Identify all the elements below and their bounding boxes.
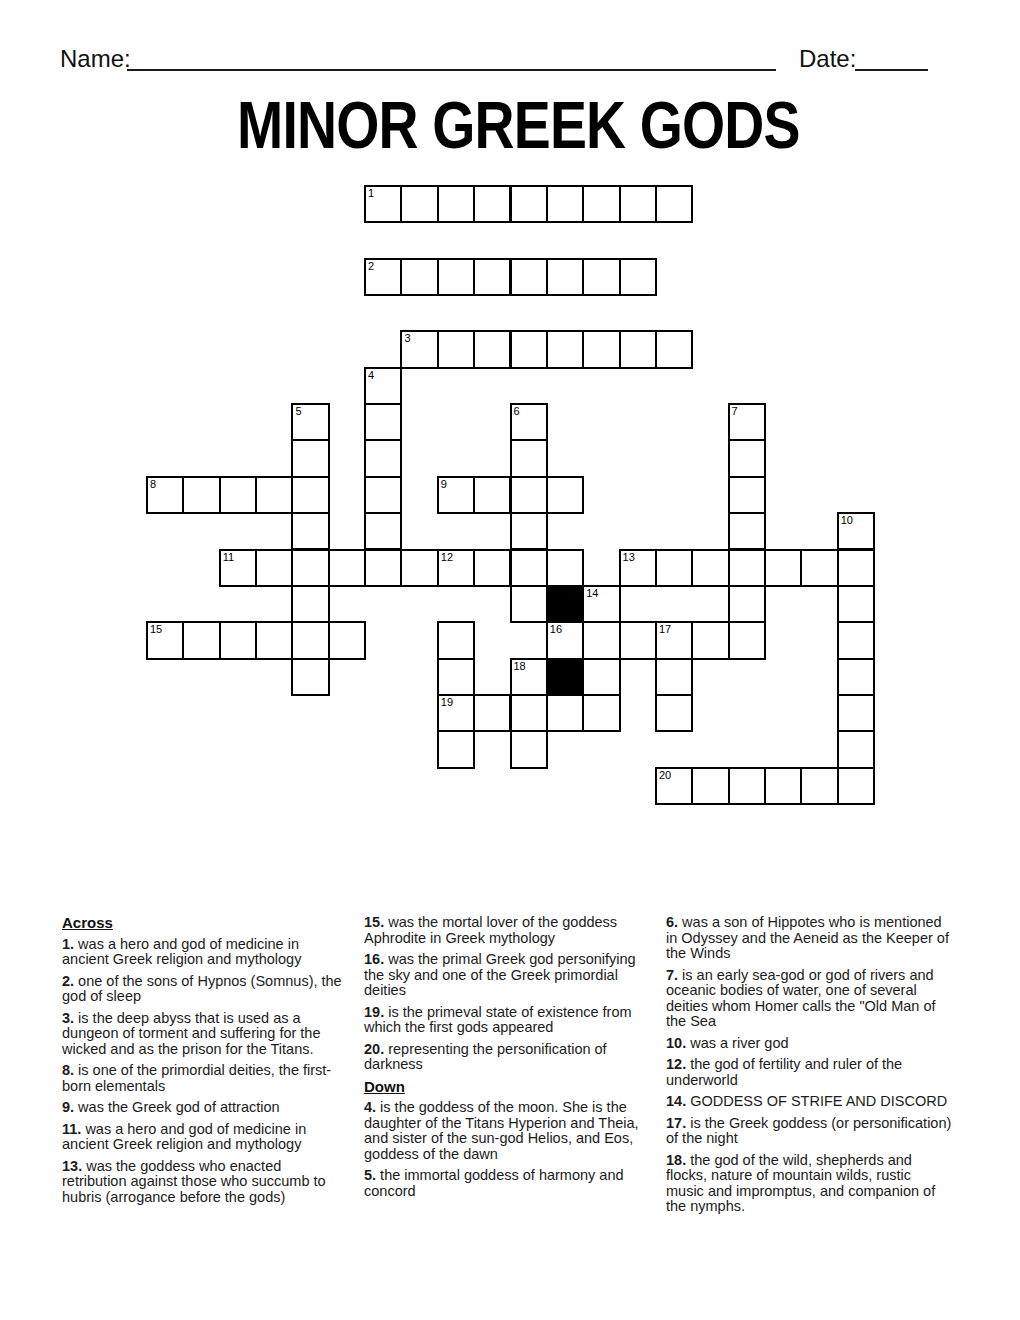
clue-number: 10 bbox=[841, 514, 853, 526]
clue-number: 20 bbox=[659, 769, 671, 781]
grid-cell[interactable] bbox=[364, 476, 402, 514]
clue-number-label: 9. bbox=[62, 1099, 74, 1115]
clue-3: 3. is the deep abyss that is used as a d… bbox=[62, 1011, 348, 1058]
grid-cell[interactable]: 15 bbox=[146, 621, 184, 659]
clue-15: 15. was the mortal lover of the goddess … bbox=[364, 915, 650, 946]
grid-cell[interactable] bbox=[510, 439, 548, 477]
grid-cell[interactable] bbox=[400, 185, 438, 223]
clue-number: 19 bbox=[441, 696, 453, 708]
grid-cell[interactable] bbox=[837, 549, 875, 587]
grid-cell[interactable] bbox=[291, 585, 329, 623]
grid-cell[interactable] bbox=[764, 549, 802, 587]
clue-number: 1 bbox=[368, 187, 374, 199]
grid-cell[interactable] bbox=[219, 621, 257, 659]
grid-cell[interactable] bbox=[728, 439, 766, 477]
clue-13: 13. was the goddess who enacted retribut… bbox=[62, 1159, 348, 1206]
grid-cell[interactable] bbox=[728, 549, 766, 587]
grid-cell[interactable] bbox=[728, 585, 766, 623]
grid-cell[interactable] bbox=[619, 330, 657, 368]
clue-19: 19. is the primeval state of existence f… bbox=[364, 1005, 650, 1036]
clue-9: 9. was the Greek god of attraction bbox=[62, 1100, 348, 1116]
clue-number-label: 12. bbox=[666, 1056, 686, 1072]
grid-cell[interactable] bbox=[291, 658, 329, 696]
clue-number-label: 1. bbox=[62, 936, 74, 952]
clue-number-label: 4. bbox=[364, 1099, 376, 1115]
grid-cell[interactable] bbox=[655, 658, 693, 696]
clue-20: 20. representing the personification of … bbox=[364, 1042, 650, 1073]
grid-cell[interactable] bbox=[546, 258, 584, 296]
grid-cell[interactable] bbox=[437, 730, 475, 768]
black-cell bbox=[546, 658, 584, 696]
grid-cell[interactable] bbox=[691, 621, 729, 659]
clue-6: 6. was a son of Hippotes who is mentione… bbox=[666, 915, 952, 962]
grid-cell[interactable] bbox=[255, 621, 293, 659]
grid-cell[interactable] bbox=[510, 185, 548, 223]
grid-cell[interactable] bbox=[291, 621, 329, 659]
grid-cell[interactable] bbox=[291, 476, 329, 514]
grid-cell[interactable]: 17 bbox=[655, 621, 693, 659]
grid-cell[interactable] bbox=[546, 185, 584, 223]
grid-cell[interactable] bbox=[364, 439, 402, 477]
clue-number-label: 18. bbox=[666, 1152, 686, 1168]
grid-cell[interactable] bbox=[619, 185, 657, 223]
grid-cell[interactable] bbox=[364, 512, 402, 550]
clue-18: 18. the god of the wild, shepherds and f… bbox=[666, 1153, 952, 1215]
clue-column-3: 6. was a son of Hippotes who is mentione… bbox=[666, 915, 952, 1221]
grid-cell[interactable] bbox=[437, 330, 475, 368]
clue-5: 5. the immortal goddess of harmony and c… bbox=[364, 1168, 650, 1199]
date-label: Date: bbox=[799, 46, 856, 72]
clue-1: 1. was a hero and god of medicine in anc… bbox=[62, 937, 348, 968]
grid-cell[interactable]: 8 bbox=[146, 476, 184, 514]
grid-cell[interactable]: 1 bbox=[364, 185, 402, 223]
grid-cell[interactable] bbox=[837, 658, 875, 696]
clue-number: 3 bbox=[404, 332, 410, 344]
grid-cell[interactable] bbox=[364, 549, 402, 587]
clue-16: 16. was the primal Greek god personifyin… bbox=[364, 952, 650, 999]
clue-number: 11 bbox=[223, 551, 234, 563]
grid-cell[interactable] bbox=[510, 730, 548, 768]
clue-11: 11. was a hero and god of medicine in an… bbox=[62, 1122, 348, 1153]
grid-cell[interactable] bbox=[291, 512, 329, 550]
grid-cell[interactable]: 19 bbox=[437, 694, 475, 732]
clue-number: 17 bbox=[659, 623, 671, 635]
grid-cell[interactable] bbox=[510, 585, 548, 623]
grid-cell[interactable] bbox=[291, 439, 329, 477]
grid-cell[interactable] bbox=[328, 549, 366, 587]
grid-cell[interactable] bbox=[473, 258, 511, 296]
grid-cell[interactable] bbox=[655, 694, 693, 732]
grid-cell[interactable] bbox=[582, 330, 620, 368]
clue-10: 10. was a river god bbox=[666, 1036, 952, 1052]
grid-cell[interactable] bbox=[655, 549, 693, 587]
grid-cell[interactable] bbox=[473, 476, 511, 514]
grid-cell[interactable]: 4 bbox=[364, 367, 402, 405]
grid-cell[interactable] bbox=[510, 549, 548, 587]
grid-cell[interactable] bbox=[728, 621, 766, 659]
clue-number-label: 6. bbox=[666, 914, 678, 930]
grid-cell[interactable] bbox=[328, 621, 366, 659]
grid-cell[interactable]: 12 bbox=[437, 549, 475, 587]
down-header: Down bbox=[364, 1079, 650, 1095]
clue-number: 18 bbox=[514, 660, 526, 672]
page-title: MINOR GREEK GODS bbox=[82, 92, 956, 158]
clue-number: 9 bbox=[441, 478, 447, 490]
clue-number-label: 15. bbox=[364, 914, 384, 930]
clue-number-label: 2. bbox=[62, 973, 74, 989]
grid-cell[interactable] bbox=[255, 476, 293, 514]
grid-cell[interactable]: 5 bbox=[291, 403, 329, 441]
clue-number: 4 bbox=[368, 369, 374, 381]
clue-number-label: 11. bbox=[62, 1121, 81, 1137]
clue-number-label: 19. bbox=[364, 1004, 384, 1020]
grid-cell[interactable]: 20 bbox=[655, 767, 693, 805]
clue-number: 15 bbox=[150, 623, 162, 635]
clue-number: 2 bbox=[368, 260, 374, 272]
grid-cell[interactable] bbox=[582, 694, 620, 732]
grid-cell[interactable] bbox=[837, 585, 875, 623]
clue-number: 12 bbox=[441, 551, 453, 563]
grid-cell[interactable]: 2 bbox=[364, 258, 402, 296]
grid-cell[interactable]: 7 bbox=[728, 403, 766, 441]
grid-cell[interactable]: 16 bbox=[546, 621, 584, 659]
grid-cell[interactable]: 6 bbox=[510, 403, 548, 441]
name-label: Name: bbox=[60, 46, 131, 72]
grid-cell[interactable] bbox=[546, 694, 584, 732]
grid-cell[interactable] bbox=[800, 767, 838, 805]
clue-number-label: 5. bbox=[364, 1167, 376, 1183]
grid-cell[interactable]: 14 bbox=[582, 585, 620, 623]
grid-cell[interactable] bbox=[582, 621, 620, 659]
clue-number-label: 10. bbox=[666, 1035, 686, 1051]
grid-cell[interactable] bbox=[437, 258, 475, 296]
grid-cell[interactable] bbox=[619, 258, 657, 296]
clue-14: 14. GODDESS OF STRIFE AND DISCORD bbox=[666, 1094, 952, 1110]
grid-cell[interactable]: 13 bbox=[619, 549, 657, 587]
clue-2: 2. one of the sons of Hypnos (Somnus), t… bbox=[62, 974, 348, 1005]
grid-cell[interactable] bbox=[182, 621, 220, 659]
grid-cell[interactable] bbox=[655, 330, 693, 368]
clue-number-label: 7. bbox=[666, 967, 678, 983]
grid-cell[interactable] bbox=[837, 767, 875, 805]
grid-cell[interactable] bbox=[437, 621, 475, 659]
clue-number: 5 bbox=[295, 405, 301, 417]
grid-cell[interactable] bbox=[837, 730, 875, 768]
grid-cell[interactable] bbox=[582, 658, 620, 696]
name-fill-line[interactable] bbox=[127, 69, 776, 71]
grid-cell[interactable]: 9 bbox=[437, 476, 475, 514]
clue-number: 7 bbox=[732, 405, 738, 417]
grid-cell[interactable] bbox=[728, 476, 766, 514]
grid-cell[interactable] bbox=[364, 403, 402, 441]
grid-cell[interactable] bbox=[510, 476, 548, 514]
grid-cell[interactable] bbox=[510, 330, 548, 368]
clue-number-label: 20. bbox=[364, 1041, 384, 1057]
grid-cell[interactable] bbox=[546, 476, 584, 514]
grid-cell[interactable] bbox=[728, 767, 766, 805]
grid-cell[interactable] bbox=[473, 694, 511, 732]
grid-cell[interactable] bbox=[291, 549, 329, 587]
grid-cell[interactable] bbox=[691, 549, 729, 587]
grid-cell[interactable] bbox=[219, 476, 257, 514]
clue-17: 17. is the Greek goddess (or personifica… bbox=[666, 1116, 952, 1147]
grid-cell[interactable] bbox=[182, 476, 220, 514]
grid-cell[interactable] bbox=[655, 185, 693, 223]
grid-cell[interactable] bbox=[837, 694, 875, 732]
grid-cell[interactable] bbox=[437, 658, 475, 696]
grid-cell[interactable] bbox=[800, 549, 838, 587]
grid-cell[interactable] bbox=[473, 185, 511, 223]
across-header: Across bbox=[62, 915, 348, 931]
grid-cell[interactable] bbox=[546, 549, 584, 587]
clue-column-1: Across1. was a hero and god of medicine … bbox=[62, 915, 348, 1211]
grid-cell[interactable] bbox=[510, 694, 548, 732]
grid-cell[interactable] bbox=[837, 621, 875, 659]
worksheet-page: { "game": "crossword", "position": "....… bbox=[0, 0, 1020, 1320]
grid-cell[interactable]: 18 bbox=[510, 658, 548, 696]
clue-number-label: 17. bbox=[666, 1115, 686, 1131]
grid-cell[interactable] bbox=[619, 621, 657, 659]
clue-number-label: 13. bbox=[62, 1158, 82, 1174]
grid-cell[interactable] bbox=[473, 549, 511, 587]
grid-cell[interactable] bbox=[546, 330, 584, 368]
clue-4: 4. is the goddess of the moon. She is th… bbox=[364, 1100, 650, 1162]
black-cell bbox=[546, 585, 584, 623]
grid-cell[interactable]: 3 bbox=[400, 330, 438, 368]
grid-cell[interactable] bbox=[582, 258, 620, 296]
grid-cell[interactable] bbox=[400, 258, 438, 296]
grid-cell[interactable] bbox=[764, 767, 802, 805]
clue-number: 14 bbox=[586, 587, 598, 599]
clue-number-label: 16. bbox=[364, 951, 384, 967]
grid-cell[interactable] bbox=[255, 549, 293, 587]
grid-cell[interactable] bbox=[510, 512, 548, 550]
clue-number-label: 8. bbox=[62, 1062, 74, 1078]
clue-number-label: 3. bbox=[62, 1010, 74, 1026]
grid-cell[interactable] bbox=[691, 767, 729, 805]
grid-cell[interactable] bbox=[473, 330, 511, 368]
clue-number: 16 bbox=[550, 623, 562, 635]
clue-number: 8 bbox=[150, 478, 156, 490]
grid-cell[interactable]: 10 bbox=[837, 512, 875, 550]
grid-cell[interactable] bbox=[400, 549, 438, 587]
clue-number: 6 bbox=[514, 405, 520, 417]
grid-cell[interactable] bbox=[728, 512, 766, 550]
clue-8: 8. is one of the primordial deities, the… bbox=[62, 1063, 348, 1094]
clue-column-2: 15. was the mortal lover of the goddess … bbox=[364, 915, 650, 1205]
clue-7: 7. is an early sea-god or god of rivers … bbox=[666, 968, 952, 1030]
date-fill-line[interactable] bbox=[855, 69, 928, 71]
clue-12: 12. the god of fertility and ruler of th… bbox=[666, 1057, 952, 1088]
grid-cell[interactable] bbox=[510, 258, 548, 296]
grid-cell[interactable] bbox=[437, 185, 475, 223]
grid-cell[interactable]: 11 bbox=[219, 549, 257, 587]
clue-number: 13 bbox=[623, 551, 635, 563]
grid-cell[interactable] bbox=[582, 185, 620, 223]
clue-number-label: 14. bbox=[666, 1093, 686, 1109]
